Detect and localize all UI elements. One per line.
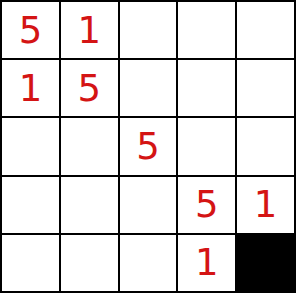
- cell-r5c5-filled-black[interactable]: [237, 235, 294, 291]
- clue-number: 1: [19, 70, 43, 107]
- clue-number: 5: [195, 186, 219, 223]
- cell-r3c4[interactable]: [178, 118, 235, 174]
- cell-r4c5[interactable]: 1: [237, 177, 294, 233]
- cell-r5c3[interactable]: [120, 235, 177, 291]
- cell-r3c3[interactable]: 5: [120, 118, 177, 174]
- cell-r1c2[interactable]: 1: [61, 2, 118, 58]
- puzzle-board-wrapper: 51155511: [0, 0, 296, 293]
- cell-r1c4[interactable]: [178, 2, 235, 58]
- clue-number: 5: [136, 128, 160, 165]
- cell-r4c4[interactable]: 5: [178, 177, 235, 233]
- cell-r3c2[interactable]: [61, 118, 118, 174]
- cell-r2c4[interactable]: [178, 60, 235, 116]
- cell-r5c4[interactable]: 1: [178, 235, 235, 291]
- clue-number: 1: [195, 244, 219, 281]
- cell-r4c1[interactable]: [2, 177, 59, 233]
- cell-r3c1[interactable]: [2, 118, 59, 174]
- cell-r5c2[interactable]: [61, 235, 118, 291]
- clue-number: 1: [254, 186, 278, 223]
- cell-r2c2[interactable]: 5: [61, 60, 118, 116]
- cell-r1c5[interactable]: [237, 2, 294, 58]
- cell-r3c5[interactable]: [237, 118, 294, 174]
- clue-number: 5: [19, 12, 43, 49]
- clue-number: 5: [77, 70, 101, 107]
- cell-r1c1[interactable]: 5: [2, 2, 59, 58]
- cell-r2c5[interactable]: [237, 60, 294, 116]
- cell-r5c1[interactable]: [2, 235, 59, 291]
- puzzle-grid: 51155511: [0, 0, 296, 293]
- cell-r2c3[interactable]: [120, 60, 177, 116]
- cell-r4c3[interactable]: [120, 177, 177, 233]
- cell-r2c1[interactable]: 1: [2, 60, 59, 116]
- cell-r1c3[interactable]: [120, 2, 177, 58]
- clue-number: 1: [77, 12, 101, 49]
- cell-r4c2[interactable]: [61, 177, 118, 233]
